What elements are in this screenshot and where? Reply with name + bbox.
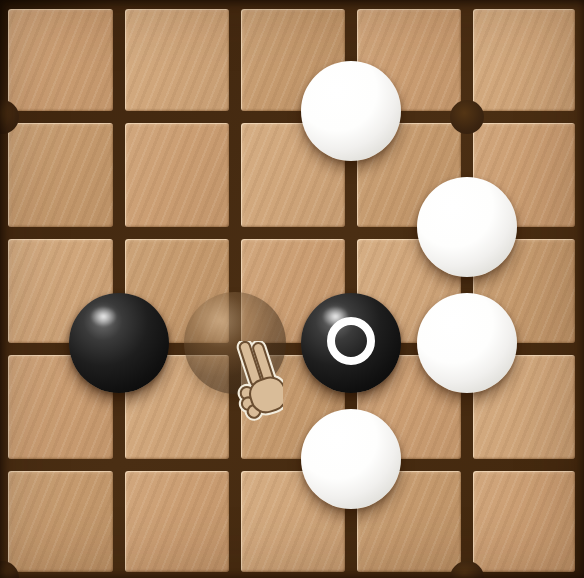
intersection-c3-r2[interactable] — [331, 213, 371, 253]
intersection-c2-r3[interactable] — [215, 329, 255, 369]
intersection-c2-r4[interactable] — [215, 445, 255, 485]
intersection-c1-r0[interactable] — [99, 0, 139, 23]
intersection-c2-r2[interactable] — [215, 213, 255, 253]
intersection-c4-r5[interactable] — [447, 558, 487, 578]
board-cell — [8, 123, 113, 227]
intersection-c4-r0[interactable] — [447, 0, 487, 23]
intersection-c5-r4[interactable] — [561, 445, 584, 485]
intersection-c4-r3[interactable] — [447, 329, 487, 369]
intersection-c5-r1[interactable] — [561, 97, 584, 137]
intersection-c5-r0[interactable] — [561, 0, 584, 23]
intersection-c1-r3[interactable] — [99, 329, 139, 369]
intersection-c4-r1[interactable] — [447, 97, 487, 137]
board-cell — [125, 471, 229, 572]
intersection-c2-r5[interactable] — [215, 558, 255, 578]
intersection-c5-r5[interactable] — [561, 558, 584, 578]
intersection-c1-r2[interactable] — [99, 213, 139, 253]
intersection-c2-r0[interactable] — [215, 0, 255, 23]
intersection-c3-r5[interactable] — [331, 558, 371, 578]
intersection-c1-r5[interactable] — [99, 558, 139, 578]
intersection-c4-r2[interactable] — [447, 213, 487, 253]
intersection-c0-r3[interactable] — [0, 329, 22, 369]
intersection-c0-r5[interactable] — [0, 558, 22, 578]
intersection-c3-r0[interactable] — [331, 0, 371, 23]
intersection-c0-r2[interactable] — [0, 213, 22, 253]
intersection-c1-r4[interactable] — [99, 445, 139, 485]
intersection-c2-r1[interactable] — [215, 97, 255, 137]
intersection-c3-r4[interactable] — [331, 445, 371, 485]
intersection-c0-r4[interactable] — [0, 445, 22, 485]
intersection-c5-r3[interactable] — [561, 329, 584, 369]
board-cell — [473, 9, 575, 111]
intersection-c4-r4[interactable] — [447, 445, 487, 485]
intersection-c1-r1[interactable] — [99, 97, 139, 137]
go-board[interactable] — [0, 0, 584, 578]
board-cell — [125, 9, 229, 111]
intersection-c0-r0[interactable] — [0, 0, 22, 23]
intersection-c3-r1[interactable] — [331, 97, 371, 137]
board-cell — [8, 471, 113, 572]
intersection-c0-r1[interactable] — [0, 97, 22, 137]
board-cell — [473, 471, 575, 572]
intersection-c5-r2[interactable] — [561, 213, 584, 253]
intersection-c3-r3[interactable] — [331, 329, 371, 369]
board-cell — [125, 123, 229, 227]
board-cell — [8, 9, 113, 111]
